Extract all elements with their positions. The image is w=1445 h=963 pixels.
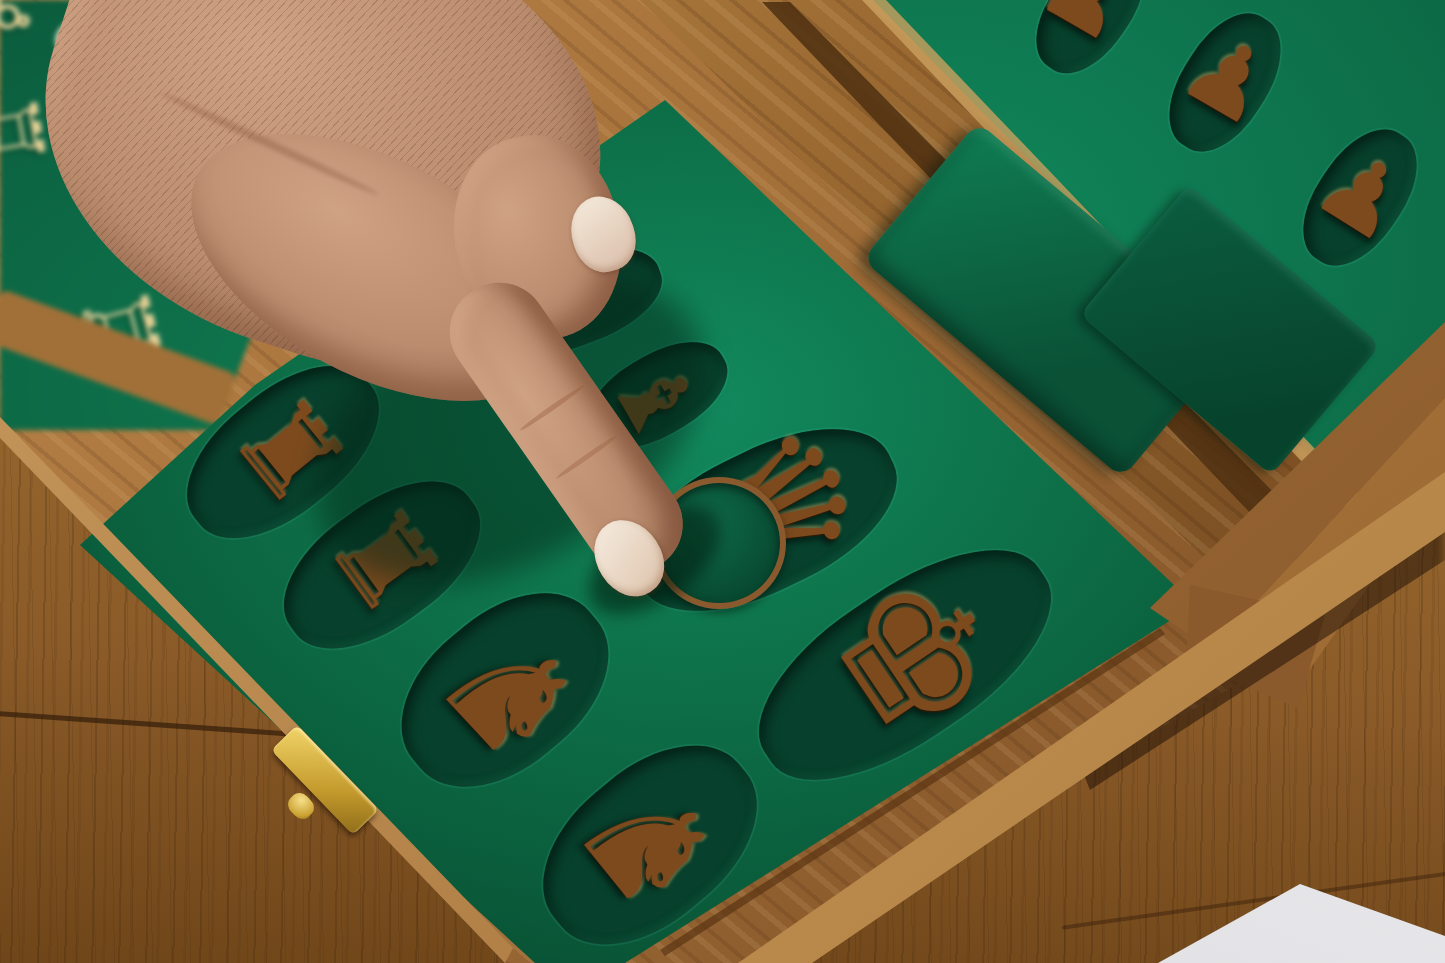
finger-crease-1 (519, 384, 586, 433)
finger-crease-2 (555, 434, 618, 481)
scene: ♙ ♖ ♗ ♖ ♜ ♜ ♝ ♝ ♛ ♚ ♞ ♞ ♟ ♟ ♟ (0, 0, 1445, 963)
